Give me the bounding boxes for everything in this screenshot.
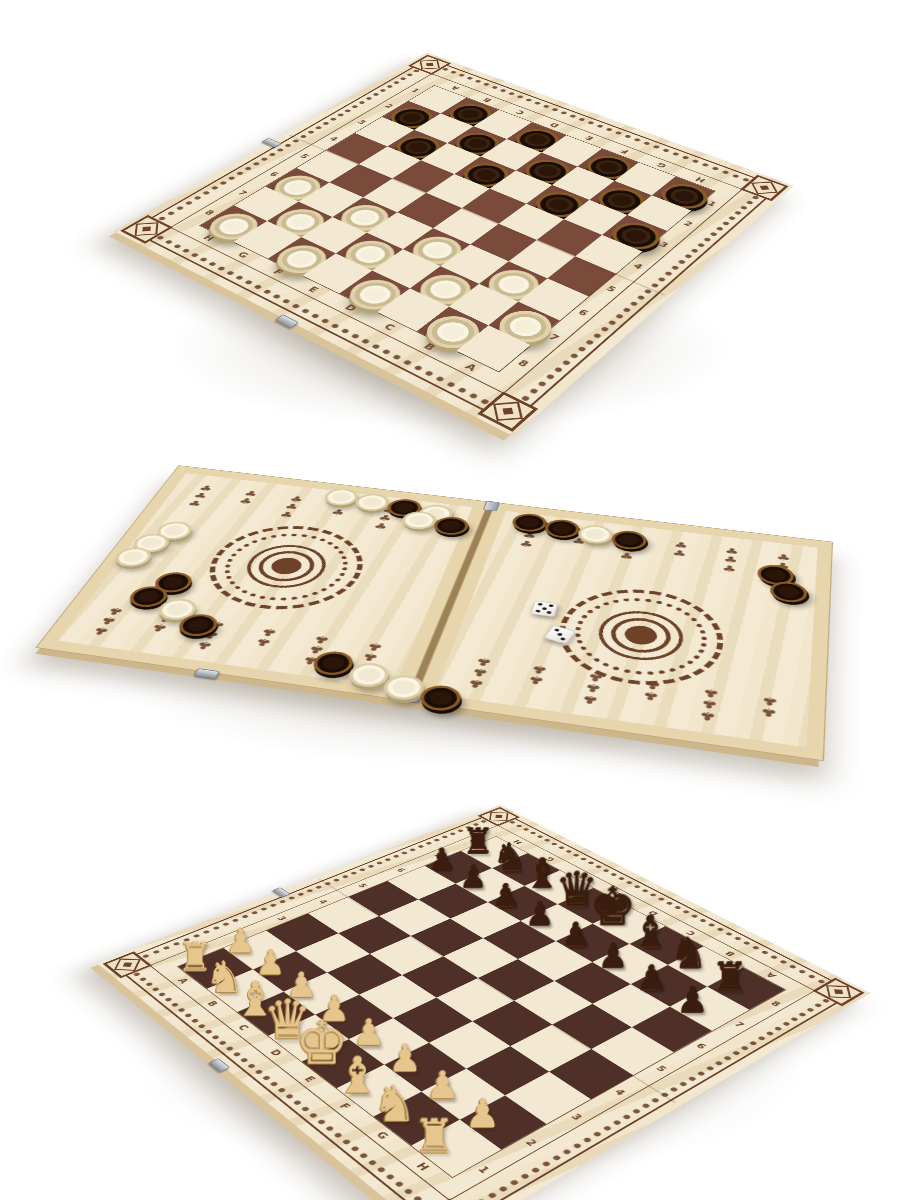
chess-piece-white-pawn: ♟ [388,1039,422,1076]
chess-piece-black-knight: ♞ [493,838,528,876]
file-label: A [463,362,479,372]
rank-label: 1 [476,1164,492,1174]
backgammon-checker-white [576,523,615,545]
file-label: G [374,1130,391,1140]
file-label: G [236,251,251,260]
chess-piece-white-knight: ♞ [373,1080,418,1130]
chess-piece-black-rook: ♜ [463,824,494,859]
product-photo-canvas: HGFEDCBA 12345678 12345678 HGFEDCBA ♣♣♣♣… [0,0,900,1200]
file-label: D [548,122,561,129]
backgammon-checker-dark [149,571,196,595]
chess-piece-black-pawn: ♟ [561,917,591,950]
rank-label: 3 [569,1112,584,1121]
chess-piece-black-pawn: ♟ [637,959,668,994]
file-label: C [514,109,526,115]
rank-label: 2 [682,220,695,228]
rank-label: 7 [547,333,561,342]
file-label: C [236,1023,250,1031]
rank-label: 7 [732,1020,746,1028]
rank-label: 2 [524,1138,540,1148]
rank-label: 6 [576,308,590,317]
chess-piece-black-pawn: ♟ [460,861,488,892]
rank-label: 4 [328,136,340,142]
file-label: A [764,972,778,979]
chess-piece-white-rook: ♜ [413,1112,456,1159]
file-label: A [449,85,461,91]
file-label: H [694,176,707,183]
file-label: H [202,234,217,242]
file-label: H [414,1161,431,1172]
backgammon-checker-white [128,532,174,554]
chess-piece-white-pawn: ♟ [465,1094,500,1133]
chess-piece-black-pawn: ♟ [526,898,555,930]
rank-label: 5 [654,1064,668,1072]
chess-piece-black-king: ♚ [589,880,636,932]
chess-piece-black-pawn: ♟ [677,982,709,1017]
backgammon-checker-dark [509,512,549,533]
file-label: F [271,268,285,276]
file-label: E [307,285,321,294]
file-label: B [422,342,437,352]
chess-piece-black-pawn: ♟ [598,938,628,972]
chess-piece-black-knight: ♞ [670,932,708,975]
rank-label: 6 [694,1042,708,1050]
file-label: D [343,303,359,312]
chess-piece-black-pawn: ♟ [492,879,520,911]
rank-label: 1 [410,88,421,94]
rank-label: 8 [516,358,531,368]
file-label: E [303,1075,318,1084]
file-label: F [619,148,631,154]
rank-label: 5 [605,285,619,294]
file-label: D [268,1048,283,1057]
file-label: C [382,322,397,331]
file-label: G [655,162,668,169]
file-label: F [338,1102,353,1111]
chess-piece-black-bishop: ♝ [631,909,670,953]
rank-label: 4 [632,262,645,270]
chess-piece-black-rook: ♜ [712,956,749,997]
chess-piece-white-pawn: ♟ [425,1066,459,1104]
chess-piece-black-pawn: ♟ [429,843,456,873]
file-label: B [481,97,493,103]
rank-label: 3 [356,119,368,125]
rank-label: 4 [613,1088,628,1097]
